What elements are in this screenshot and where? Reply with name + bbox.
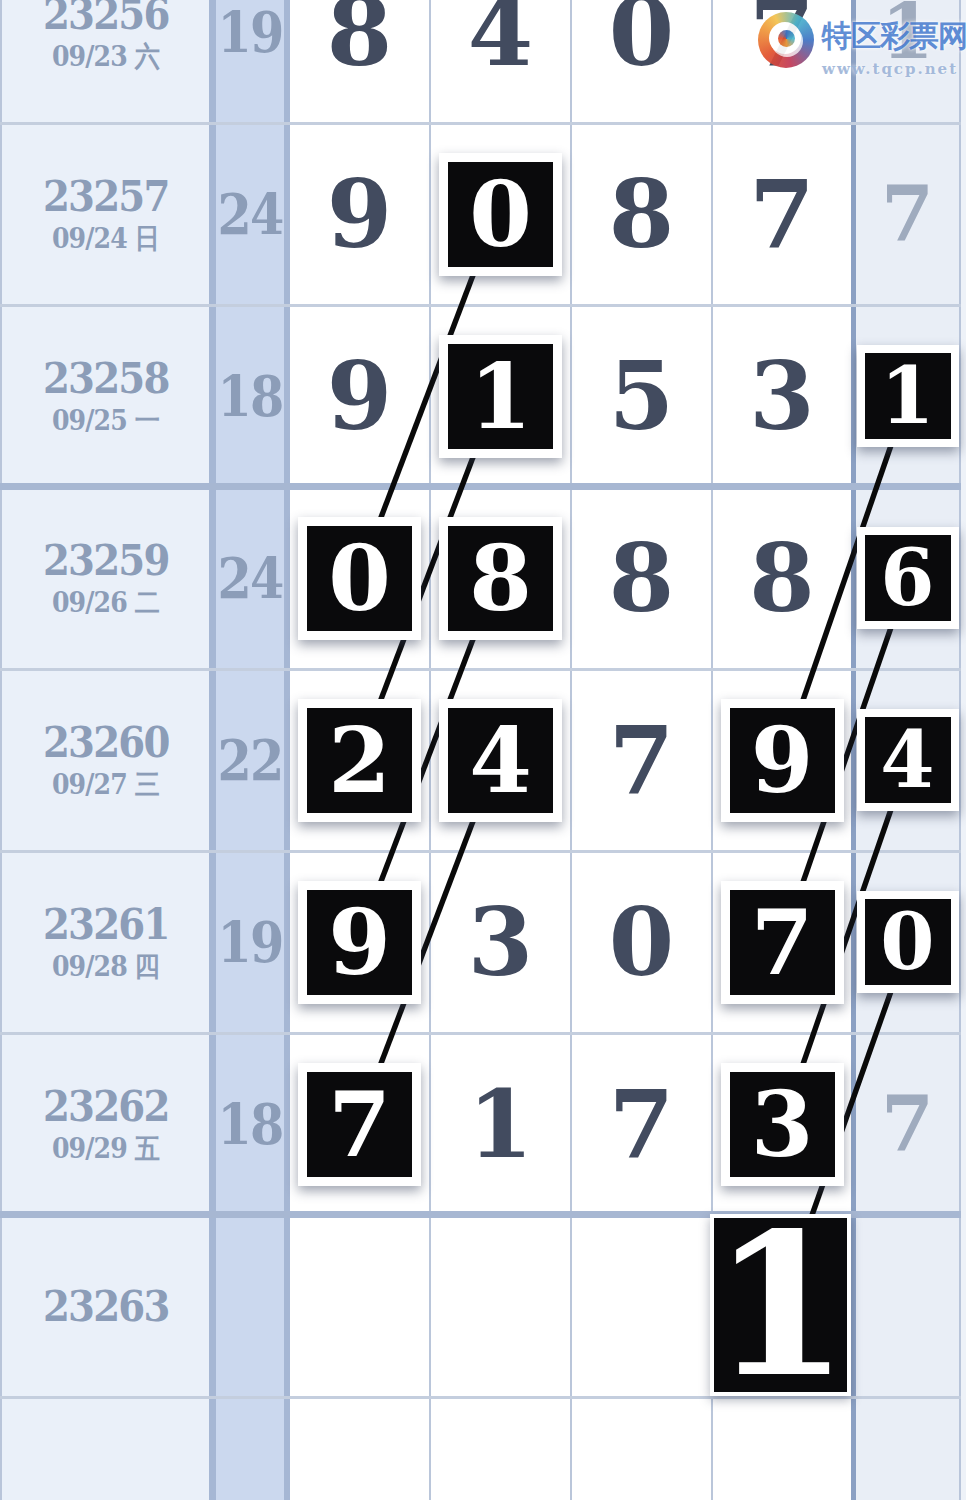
highlighted-digit: 0 [857, 891, 959, 993]
site-logo-icon [758, 12, 814, 68]
lottery-trend-chart: 2325609/23 六19840712325709/24 日249087723… [0, 0, 966, 1500]
highlighted-digit: 0 [439, 153, 562, 276]
site-name: 特区彩票网 [822, 16, 966, 57]
highlighted-digit: 6 [857, 527, 959, 629]
site-url: www.tqcp.net [822, 60, 966, 78]
highlighted-digit: 2 [298, 699, 421, 822]
highlighted-digit: 4 [857, 709, 959, 811]
highlighted-digit: 4 [439, 699, 562, 822]
site-logo-text: 特区彩票网 www.tqcp.net [822, 16, 966, 78]
highlighted-digit: 1 [857, 345, 959, 447]
highlighted-digit: 7 [721, 881, 844, 1004]
highlighted-digit: 9 [298, 881, 421, 1004]
highlighted-digit: 3 [721, 1063, 844, 1186]
highlighted-digit: 8 [439, 517, 562, 640]
highlighted-digit: 7 [298, 1063, 421, 1186]
highlighted-digit: 0 [298, 517, 421, 640]
highlighted-digit: 1 [439, 335, 562, 458]
highlighted-digit: 9 [721, 699, 844, 822]
big-highlighted-digit: 1 [710, 1214, 851, 1396]
